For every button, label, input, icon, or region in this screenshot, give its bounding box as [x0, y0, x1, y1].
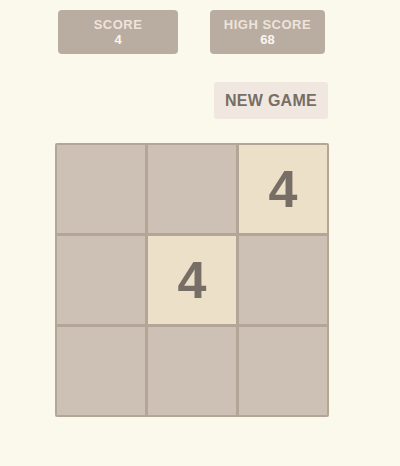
cell-r2-c1 — [148, 327, 236, 415]
cell-r0-c0 — [57, 145, 145, 233]
cell-r0-c2: 4 — [239, 145, 327, 233]
high-score-box: HIGH SCORE 68 — [210, 10, 325, 54]
score-label: SCORE — [94, 18, 143, 31]
cell-r1-c2 — [239, 236, 327, 324]
cell-r2-c2 — [239, 327, 327, 415]
high-score-label: HIGH SCORE — [224, 18, 311, 31]
score-value: 4 — [114, 33, 121, 46]
game-board: 4 4 — [55, 143, 329, 417]
cell-r2-c0 — [57, 327, 145, 415]
game-page: SCORE 4 HIGH SCORE 68 NEW GAME 4 4 — [0, 0, 400, 466]
new-game-button[interactable]: NEW GAME — [214, 82, 328, 119]
cell-r1-c0 — [57, 236, 145, 324]
cell-r0-c1 — [148, 145, 236, 233]
high-score-value: 68 — [260, 33, 274, 46]
score-box: SCORE 4 — [58, 10, 178, 54]
cell-r1-c1: 4 — [148, 236, 236, 324]
